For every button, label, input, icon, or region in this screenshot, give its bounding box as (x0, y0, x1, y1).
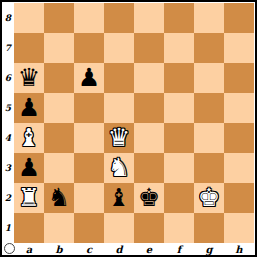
square-h2[interactable] (224, 183, 254, 213)
square-c2[interactable] (74, 183, 104, 213)
rank-label-6: 6 (2, 63, 14, 93)
piece-black-queen[interactable]: ♛ (14, 63, 44, 93)
piece-white-queen[interactable]: ♛ (104, 123, 134, 153)
white-to-move-indicator (4, 243, 15, 254)
square-c4[interactable] (74, 123, 104, 153)
square-d7[interactable] (104, 33, 134, 63)
square-b8[interactable] (44, 3, 74, 33)
file-label-g: g (194, 243, 224, 255)
square-d5[interactable] (104, 93, 134, 123)
square-e7[interactable] (134, 33, 164, 63)
square-b3[interactable] (44, 153, 74, 183)
square-a3[interactable]: ♟ (14, 153, 44, 183)
rank-label-3: 3 (2, 153, 14, 183)
file-label-a: a (14, 243, 44, 255)
square-d3[interactable]: ♞ (104, 153, 134, 183)
square-e3[interactable] (134, 153, 164, 183)
piece-black-pawn[interactable]: ♟ (74, 63, 104, 93)
square-f8[interactable] (164, 3, 194, 33)
square-a5[interactable]: ♟ (14, 93, 44, 123)
chess-diagram: 87654321 ♛♟♟♝♛♟♞♜♞♝♚♚ abcdefgh (0, 0, 257, 257)
square-a8[interactable] (14, 3, 44, 33)
piece-black-pawn[interactable]: ♟ (14, 93, 44, 123)
square-f3[interactable] (164, 153, 194, 183)
square-c7[interactable] (74, 33, 104, 63)
piece-black-king[interactable]: ♚ (134, 183, 164, 213)
square-g5[interactable] (194, 93, 224, 123)
file-label-d: d (104, 243, 134, 255)
square-e1[interactable] (134, 213, 164, 243)
square-h6[interactable] (224, 63, 254, 93)
piece-white-rook[interactable]: ♜ (14, 183, 44, 213)
square-e5[interactable] (134, 93, 164, 123)
square-b5[interactable] (44, 93, 74, 123)
square-g7[interactable] (194, 33, 224, 63)
rank-label-7: 7 (2, 33, 14, 63)
square-f1[interactable] (164, 213, 194, 243)
square-d1[interactable] (104, 213, 134, 243)
square-d8[interactable] (104, 3, 134, 33)
rank-labels: 87654321 (2, 3, 14, 243)
rank-label-4: 4 (2, 123, 14, 153)
square-h8[interactable] (224, 3, 254, 33)
rank-label-5: 5 (2, 93, 14, 123)
file-label-h: h (224, 243, 254, 255)
square-h5[interactable] (224, 93, 254, 123)
square-f2[interactable] (164, 183, 194, 213)
square-f4[interactable] (164, 123, 194, 153)
file-label-c: c (74, 243, 104, 255)
rank-label-8: 8 (2, 3, 14, 33)
square-h1[interactable] (224, 213, 254, 243)
file-label-f: f (164, 243, 194, 255)
square-a4[interactable]: ♝ (14, 123, 44, 153)
square-b1[interactable] (44, 213, 74, 243)
square-c1[interactable] (74, 213, 104, 243)
square-g3[interactable] (194, 153, 224, 183)
square-a7[interactable] (14, 33, 44, 63)
rank-label-2: 2 (2, 183, 14, 213)
square-a6[interactable]: ♛ (14, 63, 44, 93)
square-d6[interactable] (104, 63, 134, 93)
rank-label-1: 1 (2, 213, 14, 243)
square-c6[interactable]: ♟ (74, 63, 104, 93)
square-a2[interactable]: ♜ (14, 183, 44, 213)
square-f5[interactable] (164, 93, 194, 123)
square-g8[interactable] (194, 3, 224, 33)
square-b2[interactable]: ♞ (44, 183, 74, 213)
square-d4[interactable]: ♛ (104, 123, 134, 153)
piece-black-bishop[interactable]: ♝ (104, 183, 134, 213)
square-g2[interactable]: ♚ (194, 183, 224, 213)
square-e8[interactable] (134, 3, 164, 33)
chess-board: ♛♟♟♝♛♟♞♜♞♝♚♚ (14, 3, 254, 243)
piece-white-bishop[interactable]: ♝ (14, 123, 44, 153)
piece-white-knight[interactable]: ♞ (104, 153, 134, 183)
file-labels: abcdefgh (14, 243, 254, 255)
file-label-e: e (134, 243, 164, 255)
square-c8[interactable] (74, 3, 104, 33)
file-label-b: b (44, 243, 74, 255)
piece-black-knight[interactable]: ♞ (44, 183, 74, 213)
square-h4[interactable] (224, 123, 254, 153)
square-e2[interactable]: ♚ (134, 183, 164, 213)
square-d2[interactable]: ♝ (104, 183, 134, 213)
square-e6[interactable] (134, 63, 164, 93)
square-b6[interactable] (44, 63, 74, 93)
square-b4[interactable] (44, 123, 74, 153)
square-g6[interactable] (194, 63, 224, 93)
square-c5[interactable] (74, 93, 104, 123)
square-f7[interactable] (164, 33, 194, 63)
square-h3[interactable] (224, 153, 254, 183)
square-g4[interactable] (194, 123, 224, 153)
square-h7[interactable] (224, 33, 254, 63)
square-e4[interactable] (134, 123, 164, 153)
square-c3[interactable] (74, 153, 104, 183)
square-g1[interactable] (194, 213, 224, 243)
piece-white-king[interactable]: ♚ (194, 183, 224, 213)
square-b7[interactable] (44, 33, 74, 63)
square-f6[interactable] (164, 63, 194, 93)
square-a1[interactable] (14, 213, 44, 243)
piece-black-pawn[interactable]: ♟ (14, 153, 44, 183)
